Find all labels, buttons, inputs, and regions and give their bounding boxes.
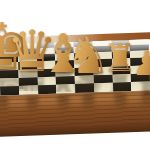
white-pawn: ♟	[130, 46, 150, 80]
chess-set-photo: ♚♚♛♛♝♝♞♞♜♜♟♟	[0, 0, 150, 150]
pieces-layer: ♚♚♛♛♝♝♞♞♜♜♟♟	[0, 0, 150, 150]
